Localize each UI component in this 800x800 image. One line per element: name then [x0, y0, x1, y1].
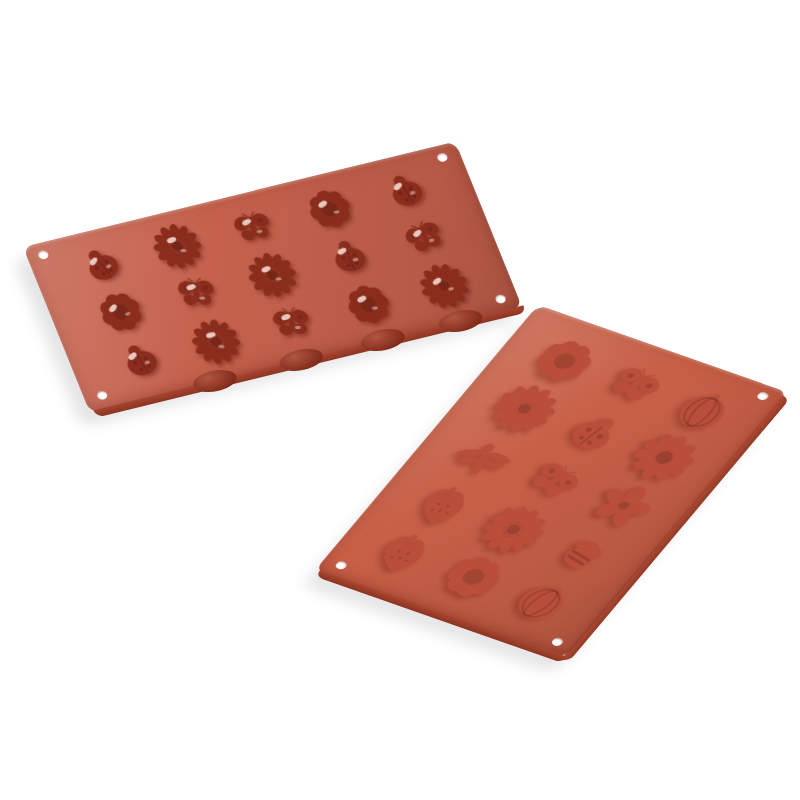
- silicone-mold-underside: [23, 142, 522, 413]
- cavity-grid: [23, 142, 522, 413]
- product-photo-scene: [0, 0, 800, 800]
